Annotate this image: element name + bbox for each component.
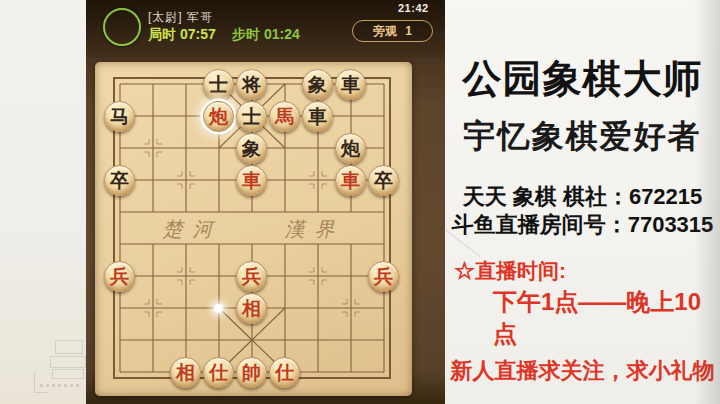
- piece-兵[interactable]: 兵: [236, 261, 267, 292]
- schedule-label: ☆直播时间:: [454, 257, 566, 285]
- move-timer-label: 步时: [232, 26, 260, 42]
- piece-仕[interactable]: 仕: [269, 357, 300, 388]
- piece-相[interactable]: 相: [170, 357, 201, 388]
- panel-subtitle: 宇忆象棋爱好者: [445, 115, 720, 159]
- background-sketch: [50, 356, 86, 368]
- player-avatar[interactable]: [103, 8, 141, 46]
- schedule-time: 下午1点——晚上10点: [493, 286, 720, 350]
- move-origin-marker: [214, 304, 223, 313]
- piece-仕[interactable]: 仕: [203, 357, 234, 388]
- piece-馬[interactable]: 馬: [269, 101, 300, 132]
- spectators-count: 1: [405, 24, 412, 38]
- background-left: [0, 0, 86, 404]
- game-timer-value: 07:57: [180, 26, 216, 42]
- piece-車[interactable]: 車: [335, 69, 366, 100]
- piece-車[interactable]: 車: [236, 165, 267, 196]
- page-root: { "game": "xiangqi", "position": { "fen"…: [0, 0, 720, 404]
- douyu-room-line: 斗鱼直播房间号：7703315: [445, 210, 720, 240]
- piece-車[interactable]: 車: [335, 165, 366, 196]
- info-panel: 公园象棋大师 宇忆象棋爱好者 天天 象棋 棋社：672215 斗鱼直播房间号：7…: [445, 0, 720, 404]
- spectators-pill[interactable]: 旁观1: [352, 20, 433, 42]
- player-name: [太尉] 军哥: [148, 9, 213, 26]
- piece-士[interactable]: 士: [236, 101, 267, 132]
- move-timer: 步时01:24: [232, 26, 300, 44]
- panel-footer: 新人直播求关注，求小礼物: [445, 356, 720, 386]
- piece-士[interactable]: 士: [203, 69, 234, 100]
- piece-相[interactable]: 相: [236, 293, 267, 324]
- piece-炮[interactable]: 炮: [203, 101, 234, 132]
- piece-马[interactable]: 马: [104, 101, 135, 132]
- panel-title: 公园象棋大师: [445, 52, 720, 106]
- board-surface[interactable]: 楚河 漢界 士将象車马炮士馬車象炮卒車車卒兵兵兵相相仕帥仕: [95, 62, 412, 396]
- background-sketch: [40, 384, 80, 387]
- piece-象[interactable]: 象: [236, 133, 267, 164]
- piece-兵[interactable]: 兵: [368, 261, 399, 292]
- game-timer-label: 局时: [148, 26, 176, 42]
- background-sketch: [52, 369, 84, 379]
- piece-卒[interactable]: 卒: [104, 165, 135, 196]
- background-sketch: [55, 340, 83, 354]
- game-window: [太尉] 军哥 局时07:57 步时01:24 21:42 旁观1: [86, 0, 445, 404]
- club-id-line: 天天 象棋 棋社：672215: [445, 182, 720, 212]
- piece-兵[interactable]: 兵: [104, 261, 135, 292]
- piece-将[interactable]: 将: [236, 69, 267, 100]
- piece-卒[interactable]: 卒: [368, 165, 399, 196]
- piece-帥[interactable]: 帥: [236, 357, 267, 388]
- top-bar: [太尉] 军哥 局时07:57 步时01:24 21:42 旁观1: [86, 0, 445, 58]
- piece-象[interactable]: 象: [302, 69, 333, 100]
- piece-車[interactable]: 車: [302, 101, 333, 132]
- panel-edge-shade: [694, 0, 720, 404]
- system-clock: 21:42: [398, 2, 429, 14]
- board-grid: 士将象車马炮士馬車象炮卒車車卒兵兵兵相相仕帥仕: [103, 68, 400, 388]
- game-timer: 局时07:57: [148, 26, 216, 44]
- spectators-label: 旁观: [373, 23, 397, 40]
- background-sketch: [34, 372, 49, 393]
- move-timer-value: 01:24: [264, 26, 300, 42]
- piece-炮[interactable]: 炮: [335, 133, 366, 164]
